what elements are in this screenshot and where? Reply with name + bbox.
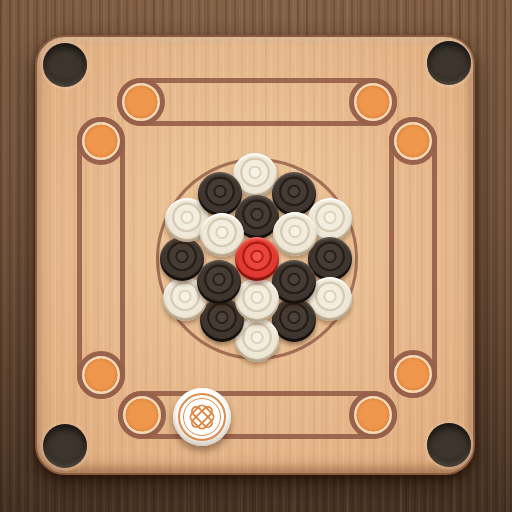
- baseline-circle-right-bottom: [389, 350, 437, 398]
- carrom-board: [35, 35, 475, 475]
- baseline-circle-left-top: [77, 117, 125, 165]
- pocket-bottom-right: [427, 423, 471, 467]
- table-background: [0, 0, 512, 512]
- baseline-circle-top-left: [117, 78, 165, 126]
- striker[interactable]: [173, 388, 231, 446]
- baseline-circle-bottom-left: [118, 391, 166, 439]
- pocket-bottom-left: [43, 424, 87, 468]
- pocket-top-right: [427, 41, 471, 85]
- baseline-circle-left-bottom: [77, 351, 125, 399]
- pocket-top-left: [43, 43, 87, 87]
- center-circle: [156, 158, 358, 360]
- baseline-circle-bottom-right: [349, 391, 397, 439]
- baseline-circle-top-right: [349, 78, 397, 126]
- baseline-circle-right-top: [389, 117, 437, 165]
- endless-knot-icon: [188, 403, 216, 431]
